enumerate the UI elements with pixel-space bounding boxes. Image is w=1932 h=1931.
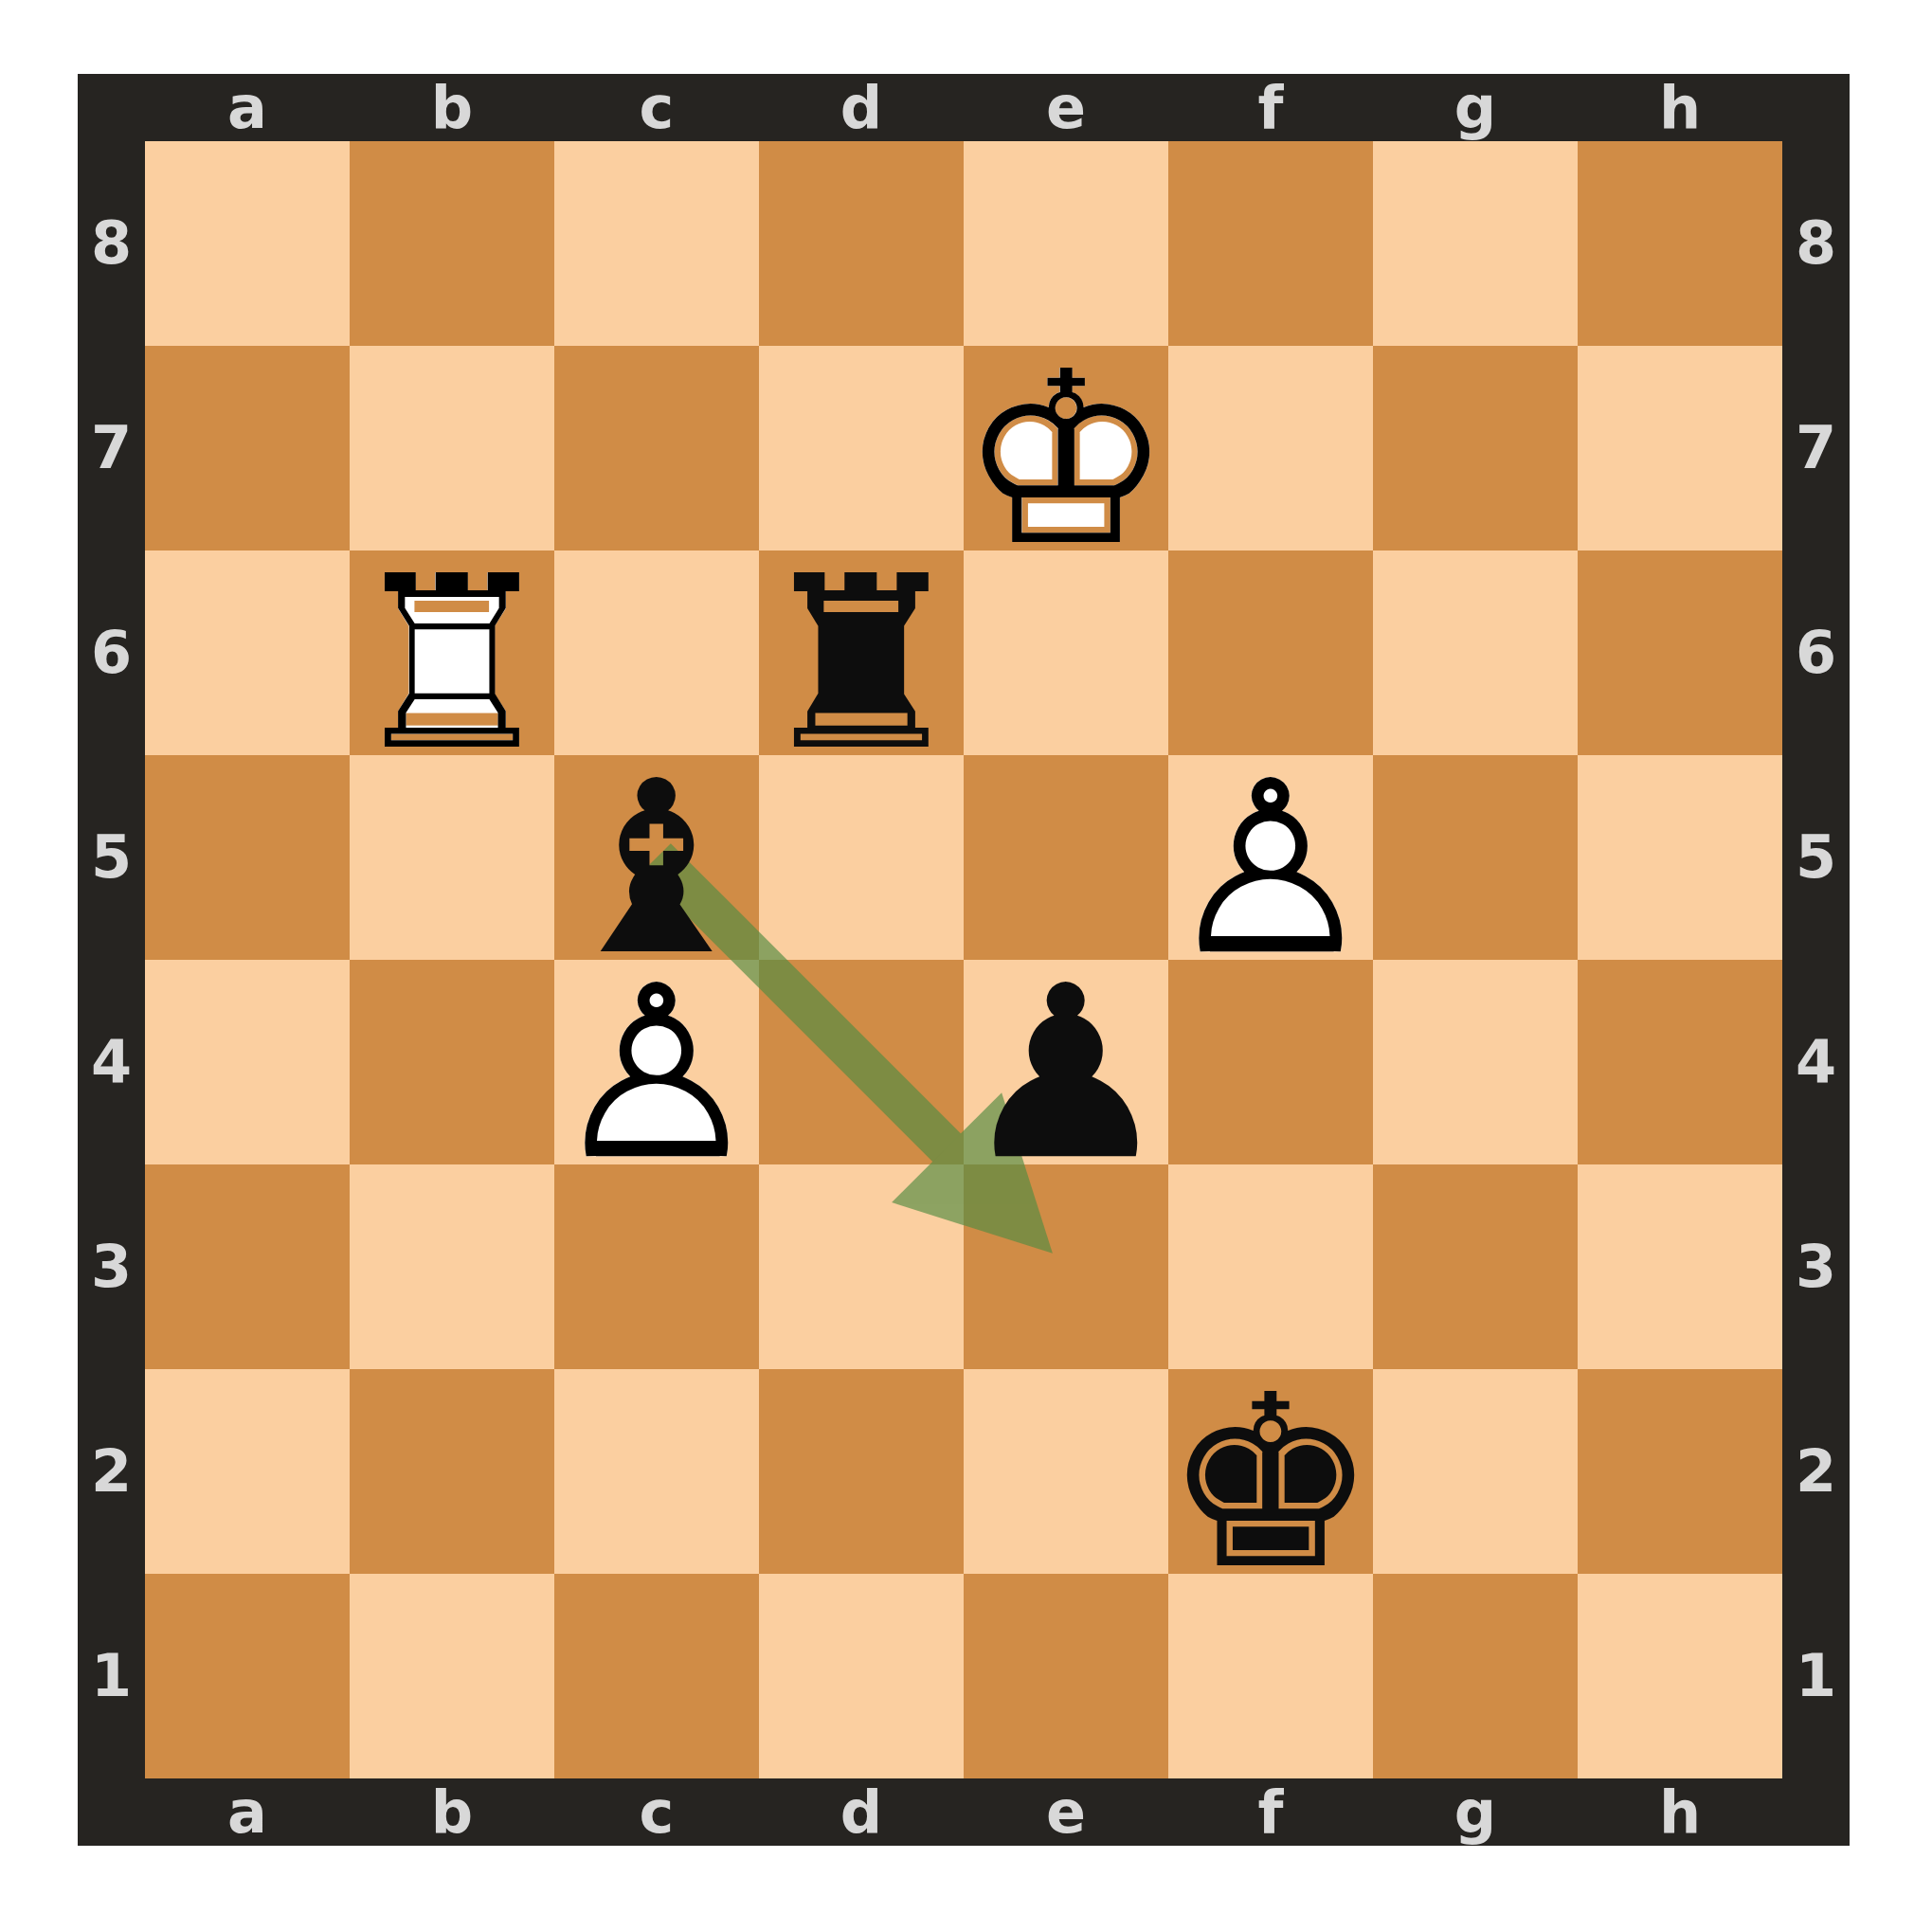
rank-label-3: 3 bbox=[78, 1164, 145, 1369]
square-g7[interactable] bbox=[1373, 346, 1578, 550]
rank-label-8: 8 bbox=[1782, 141, 1850, 346]
square-c1[interactable] bbox=[554, 1574, 759, 1778]
square-g8[interactable] bbox=[1373, 141, 1578, 346]
rank-label-2: 2 bbox=[1782, 1369, 1850, 1574]
square-f6[interactable] bbox=[1168, 550, 1373, 755]
black-bishop[interactable]: ♝ bbox=[554, 755, 759, 960]
file-label-h: h bbox=[1578, 74, 1782, 141]
square-a4[interactable] bbox=[145, 960, 350, 1164]
white-rook-outline-glyph: ♖ bbox=[350, 562, 554, 767]
square-a5[interactable] bbox=[145, 755, 350, 960]
square-b7[interactable] bbox=[350, 346, 554, 550]
rank-label-4: 4 bbox=[1782, 960, 1850, 1164]
file-label-h: h bbox=[1578, 1778, 1782, 1846]
square-e5[interactable] bbox=[964, 755, 1168, 960]
square-a6[interactable] bbox=[145, 550, 350, 755]
file-label-c: c bbox=[554, 1778, 759, 1846]
rank-label-7: 7 bbox=[1782, 346, 1850, 550]
square-e1[interactable] bbox=[964, 1574, 1168, 1778]
square-h5[interactable] bbox=[1578, 755, 1782, 960]
square-b3[interactable] bbox=[350, 1164, 554, 1369]
chess-board: abcdefgh abcdefgh 87654321 87654321 ♚♔♜♖… bbox=[78, 74, 1850, 1846]
square-d4[interactable] bbox=[759, 960, 964, 1164]
file-label-a: a bbox=[145, 1778, 350, 1846]
square-f8[interactable] bbox=[1168, 141, 1373, 346]
square-g5[interactable] bbox=[1373, 755, 1578, 960]
square-g6[interactable] bbox=[1373, 550, 1578, 755]
square-d3[interactable] bbox=[759, 1164, 964, 1369]
black-rook-glyph: ♜ bbox=[759, 562, 964, 767]
square-f3[interactable] bbox=[1168, 1164, 1373, 1369]
square-a2[interactable] bbox=[145, 1369, 350, 1574]
file-labels-top: abcdefgh bbox=[145, 74, 1782, 141]
square-d1[interactable] bbox=[759, 1574, 964, 1778]
file-label-e: e bbox=[964, 74, 1168, 141]
rank-label-7: 7 bbox=[78, 346, 145, 550]
file-label-f: f bbox=[1168, 1778, 1373, 1846]
black-pawn-glyph: ♟ bbox=[964, 971, 1168, 1176]
square-e2[interactable] bbox=[964, 1369, 1168, 1574]
square-a3[interactable] bbox=[145, 1164, 350, 1369]
white-pawn-outline-glyph: ♙ bbox=[554, 971, 759, 1176]
rank-label-6: 6 bbox=[1782, 550, 1850, 755]
white-pawn[interactable]: ♟♙ bbox=[1168, 755, 1373, 960]
square-g3[interactable] bbox=[1373, 1164, 1578, 1369]
rank-label-5: 5 bbox=[1782, 755, 1850, 960]
white-king-outline-glyph: ♔ bbox=[964, 357, 1168, 562]
black-king[interactable]: ♚ bbox=[1168, 1369, 1373, 1574]
square-b2[interactable] bbox=[350, 1369, 554, 1574]
square-g4[interactable] bbox=[1373, 960, 1578, 1164]
file-label-b: b bbox=[350, 1778, 554, 1846]
square-b1[interactable] bbox=[350, 1574, 554, 1778]
black-pawn[interactable]: ♟ bbox=[964, 960, 1168, 1164]
rank-labels-right: 87654321 bbox=[1782, 141, 1850, 1778]
square-b4[interactable] bbox=[350, 960, 554, 1164]
square-a1[interactable] bbox=[145, 1574, 350, 1778]
file-label-b: b bbox=[350, 74, 554, 141]
file-label-g: g bbox=[1373, 1778, 1578, 1846]
square-d7[interactable] bbox=[759, 346, 964, 550]
square-h6[interactable] bbox=[1578, 550, 1782, 755]
rank-label-3: 3 bbox=[1782, 1164, 1850, 1369]
page: { "game": "chess", "position": "8/4K3/1R… bbox=[0, 0, 1932, 1931]
square-h2[interactable] bbox=[1578, 1369, 1782, 1574]
square-g2[interactable] bbox=[1373, 1369, 1578, 1574]
rank-label-5: 5 bbox=[78, 755, 145, 960]
file-label-c: c bbox=[554, 74, 759, 141]
square-c7[interactable] bbox=[554, 346, 759, 550]
rank-label-1: 1 bbox=[1782, 1574, 1850, 1778]
square-c6[interactable] bbox=[554, 550, 759, 755]
square-g1[interactable] bbox=[1373, 1574, 1578, 1778]
rank-labels-left: 87654321 bbox=[78, 141, 145, 1778]
square-f7[interactable] bbox=[1168, 346, 1373, 550]
square-d8[interactable] bbox=[759, 141, 964, 346]
square-h1[interactable] bbox=[1578, 1574, 1782, 1778]
square-h8[interactable] bbox=[1578, 141, 1782, 346]
square-c2[interactable] bbox=[554, 1369, 759, 1574]
black-rook[interactable]: ♜ bbox=[759, 550, 964, 755]
file-labels-bottom: abcdefgh bbox=[145, 1778, 1782, 1846]
white-pawn-outline-glyph: ♙ bbox=[1168, 767, 1373, 971]
square-a8[interactable] bbox=[145, 141, 350, 346]
file-label-g: g bbox=[1373, 74, 1578, 141]
square-c8[interactable] bbox=[554, 141, 759, 346]
white-rook[interactable]: ♜♖ bbox=[350, 550, 554, 755]
square-e8[interactable] bbox=[964, 141, 1168, 346]
file-label-d: d bbox=[759, 74, 964, 141]
rank-label-6: 6 bbox=[78, 550, 145, 755]
black-king-glyph: ♚ bbox=[1168, 1381, 1373, 1585]
file-label-e: e bbox=[964, 1778, 1168, 1846]
square-h3[interactable] bbox=[1578, 1164, 1782, 1369]
file-label-f: f bbox=[1168, 74, 1373, 141]
rank-label-4: 4 bbox=[78, 960, 145, 1164]
square-b8[interactable] bbox=[350, 141, 554, 346]
square-d2[interactable] bbox=[759, 1369, 964, 1574]
square-h4[interactable] bbox=[1578, 960, 1782, 1164]
file-label-d: d bbox=[759, 1778, 964, 1846]
white-pawn[interactable]: ♟♙ bbox=[554, 960, 759, 1164]
rank-label-8: 8 bbox=[78, 141, 145, 346]
rank-label-1: 1 bbox=[78, 1574, 145, 1778]
square-a7[interactable] bbox=[145, 346, 350, 550]
white-king[interactable]: ♚♔ bbox=[964, 346, 1168, 550]
square-h7[interactable] bbox=[1578, 346, 1782, 550]
rank-label-2: 2 bbox=[78, 1369, 145, 1574]
file-label-a: a bbox=[145, 74, 350, 141]
